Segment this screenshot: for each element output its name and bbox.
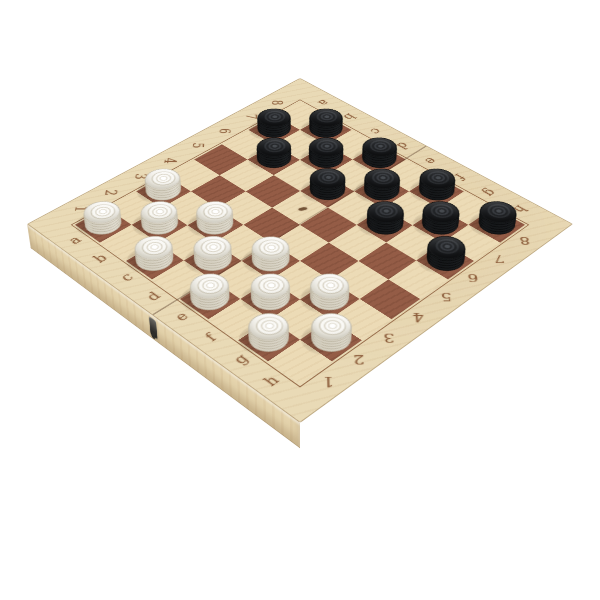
white-checker-f2 [243,281,297,317]
label-8-right: 8 [505,228,545,253]
checkers-board: 87654321 87654321 abcdefgh abcdefgh [27,78,573,423]
board-grid [75,102,525,384]
board-top-face: 87654321 87654321 abcdefgh abcdefgh [27,78,573,423]
wood-knot [298,207,308,211]
white-checker-a1 [78,209,129,240]
board-photo: 87654321 87654321 abcdefgh abcdefgh [0,0,600,600]
black-checker-f6 [359,209,410,240]
